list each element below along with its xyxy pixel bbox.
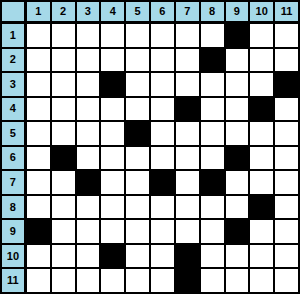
row-header-2: 2: [2, 49, 25, 72]
cell-r6c5[interactable]: [126, 147, 149, 170]
cell-r6c7[interactable]: [176, 147, 199, 170]
corner-cell: [2, 2, 25, 22]
column-header-1: 1: [27, 2, 50, 22]
cell-r3c8[interactable]: [201, 73, 224, 96]
cell-r9c2[interactable]: [52, 220, 75, 243]
row-header-6: 6: [2, 147, 25, 170]
cell-r7c10[interactable]: [250, 171, 273, 194]
cell-r2c8-block: [201, 49, 224, 72]
column-header-6: 6: [151, 2, 174, 22]
cell-r8c11[interactable]: [275, 196, 298, 219]
cell-r1c2[interactable]: [52, 24, 75, 47]
cell-r11c3[interactable]: [77, 269, 100, 292]
cell-r7c9[interactable]: [226, 171, 249, 194]
row-header-11: 11: [2, 269, 25, 292]
row-header-8: 8: [2, 196, 25, 219]
cell-r10c8[interactable]: [201, 245, 224, 268]
cell-r10c11[interactable]: [275, 245, 298, 268]
cell-r3c9[interactable]: [226, 73, 249, 96]
cell-r8c9[interactable]: [226, 196, 249, 219]
cell-r1c4[interactable]: [101, 24, 124, 47]
cell-r1c8[interactable]: [201, 24, 224, 47]
row-header-9: 9: [2, 220, 25, 243]
column-header-9: 9: [226, 2, 249, 22]
cell-r4c3[interactable]: [77, 98, 100, 121]
cell-r10c6[interactable]: [151, 245, 174, 268]
cell-r7c4[interactable]: [101, 171, 124, 194]
cell-r10c2[interactable]: [52, 245, 75, 268]
cell-r4c4[interactable]: [101, 98, 124, 121]
row-header-10: 10: [2, 245, 25, 268]
cell-r2c6[interactable]: [151, 49, 174, 72]
cell-r6c3[interactable]: [77, 147, 100, 170]
cell-r9c11[interactable]: [275, 220, 298, 243]
cell-r4c11[interactable]: [275, 98, 298, 121]
column-header-10: 10: [250, 2, 273, 22]
cell-r7c8-block: [201, 171, 224, 194]
cell-r6c9-block: [226, 147, 249, 170]
cell-r5c3[interactable]: [77, 122, 100, 145]
cell-r3c7[interactable]: [176, 73, 199, 96]
cell-r2c10[interactable]: [250, 49, 273, 72]
cell-r1c10[interactable]: [250, 24, 273, 47]
cell-r3c1[interactable]: [27, 73, 50, 96]
cell-r1c1[interactable]: [27, 24, 50, 47]
cell-r9c6[interactable]: [151, 220, 174, 243]
cell-r1c7[interactable]: [176, 24, 199, 47]
cell-r7c1[interactable]: [27, 171, 50, 194]
column-header-3: 3: [77, 2, 100, 22]
row-header-1: 1: [2, 24, 25, 47]
cell-r11c1[interactable]: [27, 269, 50, 292]
cell-r3c5[interactable]: [126, 73, 149, 96]
cell-r3c3[interactable]: [77, 73, 100, 96]
cell-r9c4[interactable]: [101, 220, 124, 243]
cell-r11c4[interactable]: [101, 269, 124, 292]
cell-r6c10[interactable]: [250, 147, 273, 170]
row-header-5: 5: [2, 122, 25, 145]
cell-r11c5[interactable]: [126, 269, 149, 292]
cell-r2c5[interactable]: [126, 49, 149, 72]
cell-r4c10-block: [250, 98, 273, 121]
cell-r11c2[interactable]: [52, 269, 75, 292]
cell-r6c8[interactable]: [201, 147, 224, 170]
cell-r8c1[interactable]: [27, 196, 50, 219]
cell-r11c10[interactable]: [250, 269, 273, 292]
cell-r9c8[interactable]: [201, 220, 224, 243]
cell-r8c8[interactable]: [201, 196, 224, 219]
cell-r6c4[interactable]: [101, 147, 124, 170]
cell-r10c9[interactable]: [226, 245, 249, 268]
cell-r8c10-block: [250, 196, 273, 219]
cell-r6c11[interactable]: [275, 147, 298, 170]
cell-r8c4[interactable]: [101, 196, 124, 219]
column-header-8: 8: [201, 2, 224, 22]
cell-r3c11-block: [275, 73, 298, 96]
cell-r1c5[interactable]: [126, 24, 149, 47]
cell-r4c1[interactable]: [27, 98, 50, 121]
cell-r6c2-block: [52, 147, 75, 170]
cell-r5c8[interactable]: [201, 122, 224, 145]
cell-r8c7[interactable]: [176, 196, 199, 219]
cell-r3c4-block: [101, 73, 124, 96]
cell-r7c11[interactable]: [275, 171, 298, 194]
cell-r9c3[interactable]: [77, 220, 100, 243]
column-header-7: 7: [176, 2, 199, 22]
cell-r11c6[interactable]: [151, 269, 174, 292]
cell-r9c10[interactable]: [250, 220, 273, 243]
cell-r3c10[interactable]: [250, 73, 273, 96]
cell-r10c3[interactable]: [77, 245, 100, 268]
cell-r11c8[interactable]: [201, 269, 224, 292]
cell-r6c6[interactable]: [151, 147, 174, 170]
cell-r9c1-block: [27, 220, 50, 243]
cell-r9c5[interactable]: [126, 220, 149, 243]
row-header-7: 7: [2, 171, 25, 194]
cell-r9c9-block: [226, 220, 249, 243]
cell-r10c1[interactable]: [27, 245, 50, 268]
cell-r5c11[interactable]: [275, 122, 298, 145]
cell-r1c9-block: [226, 24, 249, 47]
cell-r5c7[interactable]: [176, 122, 199, 145]
cell-r3c6[interactable]: [151, 73, 174, 96]
cell-r5c2[interactable]: [52, 122, 75, 145]
cell-r2c1[interactable]: [27, 49, 50, 72]
board: 12345678910111234567891011: [0, 0, 300, 294]
cell-r5c6[interactable]: [151, 122, 174, 145]
cell-r2c4[interactable]: [101, 49, 124, 72]
cell-r4c5[interactable]: [126, 98, 149, 121]
cell-r10c5[interactable]: [126, 245, 149, 268]
cell-r2c7[interactable]: [176, 49, 199, 72]
cell-r8c2[interactable]: [52, 196, 75, 219]
cell-r5c1[interactable]: [27, 122, 50, 145]
cell-r8c5[interactable]: [126, 196, 149, 219]
cell-r1c11[interactable]: [275, 24, 298, 47]
cell-r6c1[interactable]: [27, 147, 50, 170]
cell-r10c7-block: [176, 245, 199, 268]
cell-r7c6-block: [151, 171, 174, 194]
cell-r4c8[interactable]: [201, 98, 224, 121]
cell-r7c2[interactable]: [52, 171, 75, 194]
cell-r4c9[interactable]: [226, 98, 249, 121]
cell-r10c4-block: [101, 245, 124, 268]
column-header-2: 2: [52, 2, 75, 22]
cell-r11c11[interactable]: [275, 269, 298, 292]
cell-r1c6[interactable]: [151, 24, 174, 47]
cell-r7c5[interactable]: [126, 171, 149, 194]
cell-r9c7[interactable]: [176, 220, 199, 243]
cell-r5c5-block: [126, 122, 149, 145]
cell-r8c6[interactable]: [151, 196, 174, 219]
cell-r7c3-block: [77, 171, 100, 194]
cell-r8c3[interactable]: [77, 196, 100, 219]
cell-r2c3[interactable]: [77, 49, 100, 72]
cell-r3c2[interactable]: [52, 73, 75, 96]
cell-r10c10[interactable]: [250, 245, 273, 268]
cell-r2c2[interactable]: [52, 49, 75, 72]
column-header-4: 4: [101, 2, 124, 22]
cell-r4c7-block: [176, 98, 199, 121]
cell-r11c7-block: [176, 269, 199, 292]
column-header-11: 11: [275, 2, 298, 22]
cell-r7c7[interactable]: [176, 171, 199, 194]
row-header-3: 3: [2, 73, 25, 96]
cell-r2c11[interactable]: [275, 49, 298, 72]
cell-r2c9[interactable]: [226, 49, 249, 72]
cell-r5c10[interactable]: [250, 122, 273, 145]
cell-r1c3[interactable]: [77, 24, 100, 47]
cell-r5c9[interactable]: [226, 122, 249, 145]
cell-r4c2[interactable]: [52, 98, 75, 121]
cell-r5c4[interactable]: [101, 122, 124, 145]
cell-r4c6[interactable]: [151, 98, 174, 121]
column-header-5: 5: [126, 2, 149, 22]
row-header-4: 4: [2, 98, 25, 121]
cell-r11c9[interactable]: [226, 269, 249, 292]
